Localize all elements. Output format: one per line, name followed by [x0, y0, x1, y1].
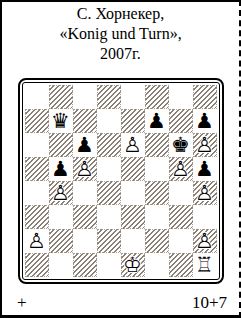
author-line: С. Хорнекер,: [2, 4, 239, 24]
diagram-page: С. Хорнекер, «Konig und Turn», 2007г. ♛♟…: [0, 0, 241, 318]
chess-board-frame: ♛♟♟♟♟♙♚♟♙♟♟♙♟♙♟♟♙♟♙♟♙♟♙♚♔♜♖: [18, 78, 224, 284]
white-pawn: ♙: [193, 133, 217, 157]
white-pawn-fill: ♟: [169, 157, 193, 181]
square-f7: ♟: [145, 109, 169, 133]
square-e7: [121, 109, 145, 133]
square-c2: [73, 229, 97, 253]
problem-header: С. Хорнекер, «Konig und Turn», 2007г.: [2, 4, 239, 64]
white-pawn-fill: ♟: [121, 133, 145, 157]
square-g3: [169, 205, 193, 229]
square-h2: ♟♙: [193, 229, 217, 253]
square-f8: [145, 85, 169, 109]
square-d7: [97, 109, 121, 133]
square-g7: [169, 109, 193, 133]
square-g1: [169, 253, 193, 277]
square-h4: ♟♙: [193, 181, 217, 205]
black-pawn: ♟: [73, 133, 97, 157]
square-c8: [73, 85, 97, 109]
white-pawn-fill: ♟: [49, 181, 73, 205]
square-d2: [97, 229, 121, 253]
square-g6: ♚: [169, 133, 193, 157]
square-c7: [73, 109, 97, 133]
square-a4: [25, 181, 49, 205]
white-king: ♔: [121, 253, 145, 277]
square-e4: [121, 181, 145, 205]
white-pawn-fill: ♟: [193, 181, 217, 205]
square-c5: ♟♙: [73, 157, 97, 181]
square-h5: ♟: [193, 157, 217, 181]
black-king: ♚: [169, 133, 193, 157]
black-pawn: ♟: [193, 157, 217, 181]
square-d6: [97, 133, 121, 157]
stipulation: +: [17, 294, 27, 312]
square-g2: [169, 229, 193, 253]
square-a2: ♟♙: [25, 229, 49, 253]
square-d4: [97, 181, 121, 205]
white-rook-fill: ♜: [193, 253, 217, 277]
square-b3: [49, 205, 73, 229]
square-b6: [49, 133, 73, 157]
square-g5: ♟♙: [169, 157, 193, 181]
white-pawn: ♙: [121, 133, 145, 157]
square-b1: [49, 253, 73, 277]
square-f1: [145, 253, 169, 277]
black-pawn: ♟: [49, 157, 73, 181]
square-h6: ♟♙: [193, 133, 217, 157]
square-b2: [49, 229, 73, 253]
square-b7: ♛: [49, 109, 73, 133]
white-pawn: ♙: [25, 229, 49, 253]
square-f4: [145, 181, 169, 205]
square-d1: [97, 253, 121, 277]
chess-board: ♛♟♟♟♟♙♚♟♙♟♟♙♟♙♟♟♙♟♙♟♙♟♙♚♔♜♖: [25, 85, 217, 277]
square-e2: [121, 229, 145, 253]
white-pawn: ♙: [73, 157, 97, 181]
square-g8: [169, 85, 193, 109]
square-b4: ♟♙: [49, 181, 73, 205]
white-rook: ♖: [193, 253, 217, 277]
square-e5: [121, 157, 145, 181]
square-h3: [193, 205, 217, 229]
square-c1: [73, 253, 97, 277]
square-b8: [49, 85, 73, 109]
square-a8: [25, 85, 49, 109]
white-pawn-fill: ♟: [25, 229, 49, 253]
square-e8: [121, 85, 145, 109]
square-f5: [145, 157, 169, 181]
white-pawn: ♙: [193, 229, 217, 253]
black-pawn: ♟: [145, 109, 169, 133]
square-d8: [97, 85, 121, 109]
diagram-footer: + 10+7: [17, 294, 227, 312]
square-f6: [145, 133, 169, 157]
square-a5: [25, 157, 49, 181]
white-pawn: ♙: [49, 181, 73, 205]
square-e3: [121, 205, 145, 229]
square-d3: [97, 205, 121, 229]
square-c3: [73, 205, 97, 229]
square-b5: ♟: [49, 157, 73, 181]
white-king-fill: ♚: [121, 253, 145, 277]
square-h1: ♜♖: [193, 253, 217, 277]
square-c6: ♟: [73, 133, 97, 157]
black-queen: ♛: [49, 109, 73, 133]
square-f3: [145, 205, 169, 229]
material-count: 10+7: [192, 294, 227, 312]
white-pawn-fill: ♟: [73, 157, 97, 181]
square-f2: [145, 229, 169, 253]
square-e1: ♚♔: [121, 253, 145, 277]
white-pawn: ♙: [193, 181, 217, 205]
white-pawn: ♙: [169, 157, 193, 181]
square-g4: [169, 181, 193, 205]
square-a3: [25, 205, 49, 229]
square-h8: [193, 85, 217, 109]
square-d5: [97, 157, 121, 181]
chess-board-inner-frame: ♛♟♟♟♟♙♚♟♙♟♟♙♟♙♟♟♙♟♙♟♙♟♙♚♔♜♖: [22, 82, 220, 280]
year-line: 2007г.: [2, 44, 239, 64]
source-line: «Konig und Turn»,: [2, 24, 239, 44]
white-pawn-fill: ♟: [193, 133, 217, 157]
square-h7: ♟: [193, 109, 217, 133]
white-pawn-fill: ♟: [193, 229, 217, 253]
square-a1: [25, 253, 49, 277]
square-e6: ♟♙: [121, 133, 145, 157]
square-c4: [73, 181, 97, 205]
black-pawn: ♟: [193, 109, 217, 133]
square-a6: [25, 133, 49, 157]
square-a7: [25, 109, 49, 133]
